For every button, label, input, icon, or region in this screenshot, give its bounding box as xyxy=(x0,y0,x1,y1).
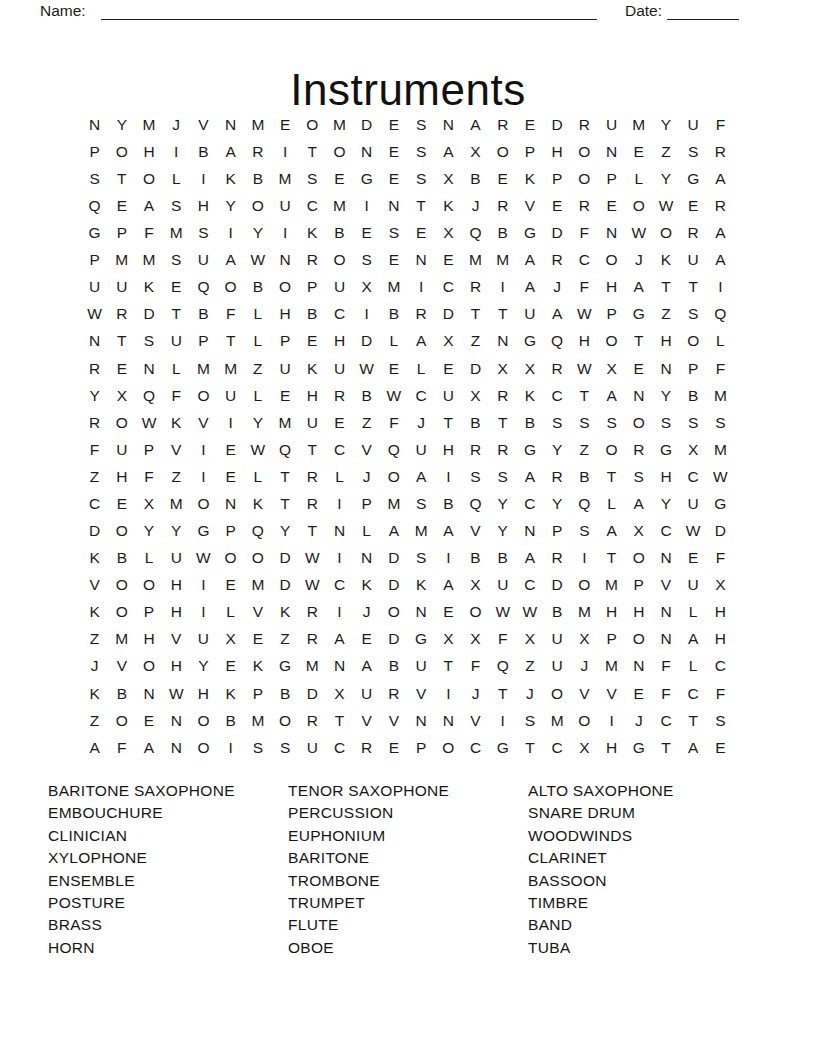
grid-cell[interactable]: R xyxy=(544,355,571,382)
date-input-line[interactable] xyxy=(667,1,739,20)
grid-cell[interactable]: Q xyxy=(707,301,734,328)
grid-cell[interactable]: B xyxy=(108,544,135,571)
grid-cell[interactable]: K xyxy=(217,680,244,707)
grid-cell[interactable]: D xyxy=(380,626,407,653)
grid-cell[interactable]: E xyxy=(625,138,652,165)
grid-cell[interactable]: W xyxy=(163,680,190,707)
grid-cell[interactable]: G xyxy=(81,219,108,246)
grid-cell[interactable]: N xyxy=(353,138,380,165)
grid-cell[interactable]: B xyxy=(353,382,380,409)
grid-cell[interactable]: X xyxy=(462,138,489,165)
grid-cell[interactable]: I xyxy=(190,165,217,192)
grid-cell[interactable]: F xyxy=(217,301,244,328)
grid-cell[interactable]: N xyxy=(217,490,244,517)
grid-cell[interactable]: H xyxy=(271,301,298,328)
grid-cell[interactable]: G xyxy=(489,734,516,761)
grid-cell[interactable]: B xyxy=(462,409,489,436)
grid-cell[interactable]: B xyxy=(380,653,407,680)
grid-cell[interactable]: D xyxy=(435,301,462,328)
grid-cell[interactable]: V xyxy=(516,192,543,219)
grid-cell[interactable]: O xyxy=(571,165,598,192)
grid-cell[interactable]: H xyxy=(652,463,679,490)
grid-cell[interactable]: M xyxy=(326,111,353,138)
grid-cell[interactable]: X xyxy=(707,571,734,598)
grid-cell[interactable]: F xyxy=(135,219,162,246)
grid-cell[interactable]: R xyxy=(81,409,108,436)
grid-cell[interactable]: N xyxy=(380,192,407,219)
grid-cell[interactable]: C xyxy=(652,707,679,734)
grid-cell[interactable]: P xyxy=(598,301,625,328)
grid-cell[interactable]: I xyxy=(353,192,380,219)
grid-cell[interactable]: O xyxy=(217,274,244,301)
grid-cell[interactable]: D xyxy=(544,571,571,598)
grid-cell[interactable]: O xyxy=(108,571,135,598)
grid-cell[interactable]: V xyxy=(163,436,190,463)
grid-cell[interactable]: O xyxy=(380,463,407,490)
grid-cell[interactable]: B xyxy=(190,301,217,328)
grid-cell[interactable]: Y xyxy=(163,517,190,544)
grid-cell[interactable]: W xyxy=(81,301,108,328)
grid-cell[interactable]: S xyxy=(571,517,598,544)
grid-cell[interactable]: M xyxy=(163,490,190,517)
grid-cell[interactable]: L xyxy=(244,463,271,490)
grid-cell[interactable]: E xyxy=(326,409,353,436)
grid-cell[interactable]: U xyxy=(108,274,135,301)
grid-cell[interactable]: Q xyxy=(244,517,271,544)
grid-cell[interactable]: T xyxy=(271,463,298,490)
grid-cell[interactable]: C xyxy=(680,463,707,490)
grid-cell[interactable]: N xyxy=(652,355,679,382)
grid-cell[interactable]: E xyxy=(435,599,462,626)
grid-cell[interactable]: N xyxy=(81,111,108,138)
grid-cell[interactable]: Y xyxy=(544,436,571,463)
grid-cell[interactable]: K xyxy=(435,192,462,219)
grid-cell[interactable]: O xyxy=(244,192,271,219)
grid-cell[interactable]: P xyxy=(408,734,435,761)
grid-cell[interactable]: U xyxy=(163,544,190,571)
grid-cell[interactable]: E xyxy=(489,165,516,192)
grid-cell[interactable]: A xyxy=(353,653,380,680)
grid-cell[interactable]: B xyxy=(544,599,571,626)
grid-cell[interactable]: I xyxy=(217,409,244,436)
grid-cell[interactable]: Z xyxy=(462,328,489,355)
grid-cell[interactable]: O xyxy=(271,274,298,301)
grid-cell[interactable]: U xyxy=(108,436,135,463)
grid-cell[interactable]: B xyxy=(462,544,489,571)
grid-cell[interactable]: L xyxy=(244,328,271,355)
grid-cell[interactable]: O xyxy=(435,734,462,761)
grid-cell[interactable]: O xyxy=(571,707,598,734)
grid-cell[interactable]: E xyxy=(544,192,571,219)
grid-cell[interactable]: A xyxy=(135,734,162,761)
grid-cell[interactable]: A xyxy=(516,246,543,273)
grid-cell[interactable]: O xyxy=(462,599,489,626)
grid-cell[interactable]: M xyxy=(326,192,353,219)
grid-cell[interactable]: U xyxy=(435,382,462,409)
grid-cell[interactable]: R xyxy=(707,138,734,165)
grid-cell[interactable]: M xyxy=(707,382,734,409)
grid-cell[interactable]: R xyxy=(299,463,326,490)
grid-cell[interactable]: M xyxy=(244,571,271,598)
grid-cell[interactable]: O xyxy=(326,138,353,165)
grid-cell[interactable]: A xyxy=(217,138,244,165)
grid-cell[interactable]: I xyxy=(435,680,462,707)
grid-cell[interactable]: E xyxy=(163,274,190,301)
grid-cell[interactable]: O xyxy=(680,328,707,355)
grid-cell[interactable]: T xyxy=(299,436,326,463)
grid-cell[interactable]: R xyxy=(299,246,326,273)
grid-cell[interactable]: Q xyxy=(135,382,162,409)
grid-cell[interactable]: S xyxy=(271,734,298,761)
grid-cell[interactable]: W xyxy=(707,463,734,490)
grid-cell[interactable]: V xyxy=(571,680,598,707)
grid-cell[interactable]: E xyxy=(380,734,407,761)
grid-cell[interactable]: N xyxy=(81,328,108,355)
grid-cell[interactable]: H xyxy=(544,138,571,165)
grid-cell[interactable]: J xyxy=(462,192,489,219)
grid-cell[interactable]: W xyxy=(190,544,217,571)
grid-cell[interactable]: D xyxy=(380,544,407,571)
grid-cell[interactable]: K xyxy=(81,544,108,571)
grid-cell[interactable]: B xyxy=(108,680,135,707)
grid-cell[interactable]: E xyxy=(271,382,298,409)
grid-cell[interactable]: O xyxy=(271,707,298,734)
grid-cell[interactable]: B xyxy=(271,680,298,707)
grid-cell[interactable]: R xyxy=(299,707,326,734)
grid-cell[interactable]: I xyxy=(353,301,380,328)
grid-cell[interactable]: V xyxy=(598,680,625,707)
grid-cell[interactable]: Y xyxy=(544,490,571,517)
grid-cell[interactable]: O xyxy=(217,544,244,571)
grid-cell[interactable]: Y xyxy=(652,165,679,192)
grid-cell[interactable]: U xyxy=(408,436,435,463)
grid-cell[interactable]: E xyxy=(271,111,298,138)
grid-cell[interactable]: T xyxy=(652,274,679,301)
grid-cell[interactable]: E xyxy=(353,626,380,653)
grid-cell[interactable]: X xyxy=(435,626,462,653)
grid-cell[interactable]: E xyxy=(326,165,353,192)
grid-cell[interactable]: R xyxy=(299,490,326,517)
grid-cell[interactable]: D xyxy=(135,301,162,328)
grid-cell[interactable]: X xyxy=(571,626,598,653)
grid-cell[interactable]: A xyxy=(435,138,462,165)
grid-cell[interactable]: D xyxy=(462,355,489,382)
grid-cell[interactable]: D xyxy=(353,111,380,138)
grid-cell[interactable]: R xyxy=(244,138,271,165)
grid-cell[interactable]: I xyxy=(190,436,217,463)
grid-cell[interactable]: U xyxy=(163,328,190,355)
grid-cell[interactable]: U xyxy=(299,734,326,761)
grid-cell[interactable]: N xyxy=(652,544,679,571)
grid-cell[interactable]: E xyxy=(625,680,652,707)
grid-cell[interactable]: S xyxy=(707,707,734,734)
grid-cell[interactable]: S xyxy=(516,707,543,734)
grid-cell[interactable]: L xyxy=(163,165,190,192)
grid-cell[interactable]: C xyxy=(516,571,543,598)
grid-cell[interactable]: L xyxy=(680,599,707,626)
grid-cell[interactable]: B xyxy=(299,301,326,328)
grid-cell[interactable]: H xyxy=(135,138,162,165)
grid-cell[interactable]: K xyxy=(135,274,162,301)
grid-cell[interactable]: C xyxy=(707,653,734,680)
grid-cell[interactable]: R xyxy=(489,382,516,409)
grid-cell[interactable]: E xyxy=(380,165,407,192)
grid-cell[interactable]: V xyxy=(408,680,435,707)
grid-cell[interactable]: F xyxy=(163,382,190,409)
grid-cell[interactable]: Z xyxy=(271,626,298,653)
grid-cell[interactable]: M xyxy=(244,707,271,734)
grid-cell[interactable]: X xyxy=(462,626,489,653)
grid-cell[interactable]: C xyxy=(462,734,489,761)
grid-cell[interactable]: U xyxy=(680,246,707,273)
grid-cell[interactable]: E xyxy=(625,355,652,382)
grid-cell[interactable]: V xyxy=(462,707,489,734)
grid-cell[interactable]: S xyxy=(680,409,707,436)
grid-cell[interactable]: E xyxy=(516,111,543,138)
grid-cell[interactable]: O xyxy=(135,653,162,680)
grid-cell[interactable]: R xyxy=(462,436,489,463)
grid-cell[interactable]: U xyxy=(408,653,435,680)
grid-cell[interactable]: O xyxy=(652,219,679,246)
grid-cell[interactable]: B xyxy=(489,219,516,246)
grid-cell[interactable]: F xyxy=(108,734,135,761)
grid-cell[interactable]: U xyxy=(489,571,516,598)
grid-cell[interactable]: C xyxy=(571,246,598,273)
grid-cell[interactable]: K xyxy=(299,355,326,382)
grid-cell[interactable]: K xyxy=(353,571,380,598)
grid-cell[interactable]: Z xyxy=(163,463,190,490)
grid-cell[interactable]: Z xyxy=(81,626,108,653)
grid-cell[interactable]: M xyxy=(598,653,625,680)
grid-cell[interactable]: N xyxy=(598,138,625,165)
grid-cell[interactable]: A xyxy=(435,571,462,598)
grid-cell[interactable]: O xyxy=(190,707,217,734)
grid-cell[interactable]: D xyxy=(707,517,734,544)
grid-cell[interactable]: X xyxy=(435,328,462,355)
grid-cell[interactable]: N xyxy=(217,111,244,138)
grid-cell[interactable]: J xyxy=(408,409,435,436)
grid-cell[interactable]: J xyxy=(81,653,108,680)
grid-cell[interactable]: E xyxy=(380,355,407,382)
grid-cell[interactable]: G xyxy=(652,436,679,463)
grid-cell[interactable]: Q xyxy=(544,328,571,355)
grid-cell[interactable]: H xyxy=(598,274,625,301)
grid-cell[interactable]: O xyxy=(108,599,135,626)
grid-cell[interactable]: O xyxy=(625,192,652,219)
grid-cell[interactable]: L xyxy=(408,355,435,382)
grid-cell[interactable]: P xyxy=(135,436,162,463)
grid-cell[interactable]: Q xyxy=(571,490,598,517)
grid-cell[interactable]: N xyxy=(598,219,625,246)
grid-cell[interactable]: R xyxy=(299,599,326,626)
grid-cell[interactable]: I xyxy=(163,138,190,165)
grid-cell[interactable]: S xyxy=(680,301,707,328)
grid-cell[interactable]: M xyxy=(135,111,162,138)
grid-cell[interactable]: Y xyxy=(81,382,108,409)
grid-cell[interactable]: O xyxy=(108,138,135,165)
grid-cell[interactable]: T xyxy=(163,301,190,328)
grid-cell[interactable]: V xyxy=(163,626,190,653)
grid-cell[interactable]: N xyxy=(163,734,190,761)
grid-cell[interactable]: G xyxy=(516,328,543,355)
grid-cell[interactable]: S xyxy=(625,463,652,490)
grid-cell[interactable]: I xyxy=(707,274,734,301)
grid-cell[interactable]: C xyxy=(516,490,543,517)
grid-cell[interactable]: Z xyxy=(353,409,380,436)
grid-cell[interactable]: L xyxy=(135,544,162,571)
grid-cell[interactable]: R xyxy=(299,626,326,653)
grid-cell[interactable]: U xyxy=(190,246,217,273)
grid-cell[interactable]: S xyxy=(163,246,190,273)
grid-cell[interactable]: E xyxy=(408,219,435,246)
grid-cell[interactable]: X xyxy=(516,626,543,653)
grid-cell[interactable]: I xyxy=(271,219,298,246)
grid-cell[interactable]: U xyxy=(544,653,571,680)
grid-cell[interactable]: I xyxy=(190,463,217,490)
grid-cell[interactable]: R xyxy=(408,301,435,328)
grid-cell[interactable]: K xyxy=(244,653,271,680)
grid-cell[interactable]: J xyxy=(516,680,543,707)
grid-cell[interactable]: G xyxy=(408,626,435,653)
grid-cell[interactable]: W xyxy=(380,382,407,409)
grid-cell[interactable]: P xyxy=(81,246,108,273)
grid-cell[interactable]: E xyxy=(108,490,135,517)
grid-cell[interactable]: T xyxy=(489,409,516,436)
grid-cell[interactable]: G xyxy=(625,301,652,328)
grid-cell[interactable]: N xyxy=(652,626,679,653)
grid-cell[interactable]: M xyxy=(217,355,244,382)
grid-cell[interactable]: D xyxy=(271,544,298,571)
grid-cell[interactable]: F xyxy=(81,436,108,463)
grid-cell[interactable]: C xyxy=(680,680,707,707)
grid-cell[interactable]: R xyxy=(571,111,598,138)
grid-cell[interactable]: M xyxy=(707,436,734,463)
grid-cell[interactable]: Y xyxy=(135,517,162,544)
grid-cell[interactable]: M xyxy=(108,626,135,653)
grid-cell[interactable]: A xyxy=(462,111,489,138)
grid-cell[interactable]: E xyxy=(244,626,271,653)
grid-cell[interactable]: O xyxy=(244,544,271,571)
grid-cell[interactable]: D xyxy=(81,517,108,544)
grid-cell[interactable]: W xyxy=(625,219,652,246)
grid-cell[interactable]: W xyxy=(652,192,679,219)
grid-cell[interactable]: N xyxy=(516,517,543,544)
grid-cell[interactable]: H xyxy=(163,653,190,680)
grid-cell[interactable]: T xyxy=(271,490,298,517)
grid-cell[interactable]: B xyxy=(380,301,407,328)
grid-cell[interactable]: P xyxy=(81,138,108,165)
grid-cell[interactable]: C xyxy=(326,301,353,328)
grid-cell[interactable]: S xyxy=(544,409,571,436)
grid-cell[interactable]: I xyxy=(435,463,462,490)
grid-cell[interactable]: G xyxy=(190,517,217,544)
grid-cell[interactable]: R xyxy=(489,111,516,138)
grid-cell[interactable]: V xyxy=(108,653,135,680)
grid-cell[interactable]: F xyxy=(652,653,679,680)
grid-cell[interactable]: T xyxy=(489,680,516,707)
grid-cell[interactable]: C xyxy=(544,382,571,409)
grid-cell[interactable]: W xyxy=(244,436,271,463)
grid-cell[interactable]: X xyxy=(571,734,598,761)
grid-cell[interactable]: Z xyxy=(244,355,271,382)
grid-cell[interactable]: N xyxy=(408,599,435,626)
grid-cell[interactable]: B xyxy=(571,463,598,490)
grid-cell[interactable]: A xyxy=(598,382,625,409)
grid-cell[interactable]: O xyxy=(598,246,625,273)
grid-cell[interactable]: I xyxy=(489,707,516,734)
grid-cell[interactable]: N xyxy=(163,707,190,734)
grid-cell[interactable]: R xyxy=(81,355,108,382)
grid-cell[interactable]: Z xyxy=(652,301,679,328)
grid-cell[interactable]: U xyxy=(598,111,625,138)
grid-cell[interactable]: A xyxy=(217,246,244,273)
grid-cell[interactable]: E xyxy=(598,192,625,219)
grid-cell[interactable]: H xyxy=(108,463,135,490)
grid-cell[interactable]: Z xyxy=(81,463,108,490)
grid-cell[interactable]: E xyxy=(217,571,244,598)
grid-cell[interactable]: R xyxy=(108,301,135,328)
grid-cell[interactable]: W xyxy=(571,355,598,382)
grid-cell[interactable]: X xyxy=(353,274,380,301)
grid-cell[interactable]: S xyxy=(408,544,435,571)
grid-cell[interactable]: P xyxy=(135,599,162,626)
grid-cell[interactable]: R xyxy=(544,246,571,273)
grid-cell[interactable]: E xyxy=(380,138,407,165)
grid-cell[interactable]: I xyxy=(190,599,217,626)
grid-cell[interactable]: Z xyxy=(571,436,598,463)
grid-cell[interactable]: A xyxy=(326,626,353,653)
grid-cell[interactable]: C xyxy=(408,382,435,409)
grid-cell[interactable]: U xyxy=(680,111,707,138)
grid-cell[interactable]: L xyxy=(244,382,271,409)
grid-cell[interactable]: U xyxy=(353,680,380,707)
grid-cell[interactable]: A xyxy=(435,517,462,544)
grid-cell[interactable]: W xyxy=(135,409,162,436)
grid-cell[interactable]: K xyxy=(81,680,108,707)
grid-cell[interactable]: S xyxy=(81,165,108,192)
grid-cell[interactable]: S xyxy=(707,409,734,436)
grid-cell[interactable]: F xyxy=(380,409,407,436)
grid-cell[interactable]: V xyxy=(190,111,217,138)
grid-cell[interactable]: Y xyxy=(244,409,271,436)
grid-cell[interactable]: U xyxy=(326,274,353,301)
grid-cell[interactable]: F xyxy=(462,653,489,680)
grid-cell[interactable]: K xyxy=(299,219,326,246)
grid-cell[interactable]: M xyxy=(190,355,217,382)
grid-cell[interactable]: H xyxy=(625,599,652,626)
grid-cell[interactable]: A xyxy=(707,219,734,246)
grid-cell[interactable]: N xyxy=(135,355,162,382)
grid-cell[interactable]: N xyxy=(435,707,462,734)
grid-cell[interactable]: H xyxy=(326,328,353,355)
grid-cell[interactable]: K xyxy=(163,409,190,436)
grid-cell[interactable]: F xyxy=(652,680,679,707)
grid-cell[interactable]: N xyxy=(135,680,162,707)
grid-cell[interactable]: I xyxy=(435,544,462,571)
grid-cell[interactable]: D xyxy=(544,111,571,138)
grid-cell[interactable]: R xyxy=(707,192,734,219)
grid-cell[interactable]: T xyxy=(571,382,598,409)
grid-cell[interactable]: B xyxy=(462,165,489,192)
grid-cell[interactable]: T xyxy=(625,328,652,355)
grid-cell[interactable]: O xyxy=(108,409,135,436)
grid-cell[interactable]: Y xyxy=(489,517,516,544)
grid-cell[interactable]: Y xyxy=(652,382,679,409)
grid-cell[interactable]: L xyxy=(625,165,652,192)
grid-cell[interactable]: V xyxy=(652,571,679,598)
grid-cell[interactable]: M xyxy=(244,111,271,138)
grid-cell[interactable]: L xyxy=(217,599,244,626)
